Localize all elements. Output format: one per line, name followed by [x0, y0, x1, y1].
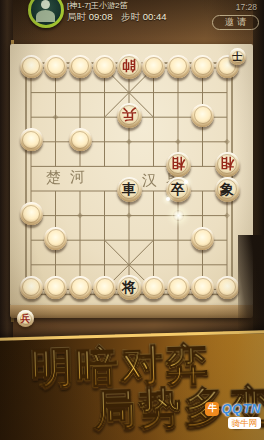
sparkle-effect	[184, 180, 188, 184]
hidden-piece[interactable]	[20, 202, 43, 225]
piece-車[interactable]: 車	[117, 177, 142, 202]
piece-相[interactable]: 相	[166, 152, 191, 177]
piece-兵[interactable]: 兵	[117, 103, 142, 128]
watermark-site: 骑牛网	[228, 417, 262, 429]
game-time-value: 09:08	[89, 11, 113, 22]
board-front-edge	[10, 305, 253, 318]
piece-glyph: 帥	[122, 59, 136, 73]
timers-line: 局时 09:08 步时 00:44	[67, 11, 172, 24]
hidden-piece[interactable]	[69, 55, 92, 78]
hidden-piece[interactable]	[167, 276, 190, 299]
hidden-piece[interactable]	[69, 276, 92, 299]
player-name: [神1-7]王小游2笛	[67, 0, 127, 11]
hidden-piece[interactable]	[44, 55, 67, 78]
hidden-piece[interactable]	[20, 55, 43, 78]
system-clock: 17:28	[236, 2, 257, 12]
hidden-piece[interactable]	[191, 227, 214, 250]
step-time-value: 00:44	[143, 11, 167, 22]
captured-piece-top_right: 士	[229, 48, 246, 65]
sparkle-effect	[166, 197, 170, 201]
watermark-brand: QQTN	[221, 401, 261, 416]
hidden-piece[interactable]	[44, 227, 67, 250]
captured-piece-bottom_left: 兵	[17, 310, 34, 327]
piece-glyph: 相	[171, 157, 185, 171]
hidden-piece[interactable]	[167, 55, 190, 78]
qqtn-logo-icon: 牛	[205, 402, 219, 416]
watermark-row: 牛 QQTN	[205, 401, 261, 416]
piece-glyph: 卒	[171, 182, 185, 196]
hidden-piece[interactable]	[142, 55, 165, 78]
piece-glyph: 車	[122, 182, 136, 196]
piece-帥[interactable]: 帥	[117, 54, 142, 79]
hidden-piece[interactable]	[93, 276, 116, 299]
piece-相[interactable]: 相	[215, 152, 240, 177]
hidden-piece[interactable]	[20, 128, 43, 151]
piece-glyph: 兵	[122, 108, 136, 122]
hidden-piece[interactable]	[93, 55, 116, 78]
river-label-chu-he: 楚河	[46, 168, 94, 188]
invite-button[interactable]: 邀请	[212, 15, 259, 30]
hidden-piece[interactable]	[69, 128, 92, 151]
table-corner-post	[238, 235, 264, 335]
xiangqi-board[interactable]: 楚河 汉界 帥兵相相車卒象将	[10, 44, 253, 306]
hidden-piece[interactable]	[142, 276, 165, 299]
avatar-figure-head	[41, 0, 50, 9]
step-time-label: 步时	[121, 11, 140, 22]
hidden-piece[interactable]	[216, 276, 239, 299]
piece-将[interactable]: 将	[117, 275, 142, 300]
hidden-piece[interactable]	[44, 276, 67, 299]
hidden-piece[interactable]	[191, 276, 214, 299]
hidden-piece[interactable]	[191, 104, 214, 127]
piece-glyph: 相	[220, 157, 234, 171]
piece-象[interactable]: 象	[215, 177, 240, 202]
watermark: 牛 QQTN 骑牛网	[205, 401, 261, 429]
move-hint-glow-dot	[173, 210, 184, 221]
avatar-figure-body	[36, 10, 55, 22]
game-screen: [神1-7]王小游2笛 局时 09:08 步时 00:44 17:28 邀请 楚…	[0, 0, 264, 440]
piece-glyph: 将	[122, 280, 136, 294]
piece-glyph: 兵	[21, 314, 31, 324]
hidden-piece[interactable]	[20, 276, 43, 299]
piece-glyph: 士	[233, 52, 243, 62]
game-time-label: 局时	[67, 11, 86, 22]
hidden-piece[interactable]	[191, 55, 214, 78]
piece-glyph: 象	[220, 182, 234, 196]
